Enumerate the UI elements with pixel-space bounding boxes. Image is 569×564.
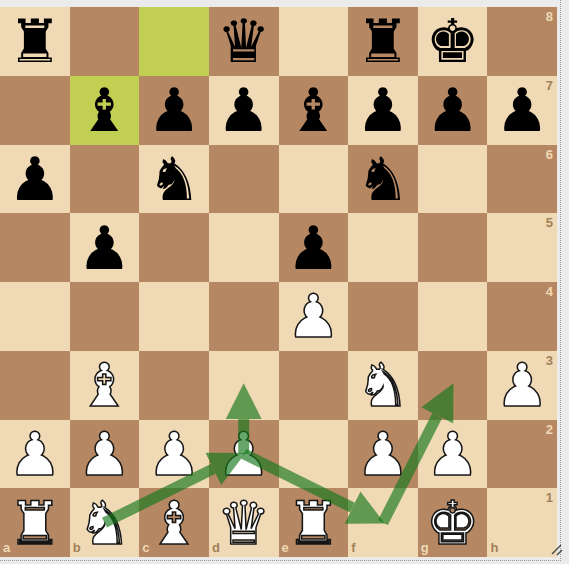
square-a1[interactable]: ♜ (0, 488, 70, 557)
square-d8[interactable]: ♛ (209, 7, 279, 76)
square-e2[interactable] (279, 420, 349, 489)
piece-black-pawn-b5[interactable]: ♟ (70, 213, 140, 282)
square-a6[interactable]: ♟ (0, 145, 70, 214)
square-a2[interactable]: ♟ (0, 420, 70, 489)
piece-white-pawn-e4[interactable]: ♟ (279, 282, 349, 351)
square-g2[interactable]: ♟ (418, 420, 488, 489)
chess-board[interactable]: ♜♛♜♚♝♟♟♝♟♟♟♟♞♞♟♟♟♝♞♟♟♟♟♟♟♟♜♞♝♛♜♚abcdefgh… (0, 7, 557, 557)
piece-white-rook-a1[interactable]: ♜ (0, 488, 70, 557)
piece-black-queen-d8[interactable]: ♛ (209, 7, 279, 76)
square-e3[interactable] (279, 351, 349, 420)
square-d7[interactable]: ♟ (209, 76, 279, 145)
square-e5[interactable]: ♟ (279, 213, 349, 282)
square-h1[interactable] (487, 488, 557, 557)
square-d1[interactable]: ♛ (209, 488, 279, 557)
square-c8[interactable] (139, 7, 209, 76)
square-c5[interactable] (139, 213, 209, 282)
piece-black-rook-f8[interactable]: ♜ (348, 7, 418, 76)
piece-black-pawn-d7[interactable]: ♟ (209, 76, 279, 145)
piece-white-pawn-f2[interactable]: ♟ (348, 420, 418, 489)
square-c6[interactable]: ♞ (139, 145, 209, 214)
piece-black-pawn-c7[interactable]: ♟ (139, 76, 209, 145)
piece-white-pawn-d2[interactable]: ♟ (209, 420, 279, 489)
piece-white-queen-d1[interactable]: ♛ (209, 488, 279, 557)
square-f4[interactable] (348, 282, 418, 351)
square-b5[interactable]: ♟ (70, 213, 140, 282)
piece-white-rook-e1[interactable]: ♜ (279, 488, 349, 557)
square-g3[interactable] (418, 351, 488, 420)
square-e4[interactable]: ♟ (279, 282, 349, 351)
square-f3[interactable]: ♞ (348, 351, 418, 420)
square-h3[interactable]: ♟ (487, 351, 557, 420)
square-g6[interactable] (418, 145, 488, 214)
square-h7[interactable]: ♟ (487, 76, 557, 145)
board-resize-handle[interactable] (551, 544, 563, 556)
square-d6[interactable] (209, 145, 279, 214)
piece-black-bishop-b7[interactable]: ♝ (70, 76, 140, 145)
square-b2[interactable]: ♟ (70, 420, 140, 489)
piece-white-pawn-g2[interactable]: ♟ (418, 420, 488, 489)
piece-black-pawn-e5[interactable]: ♟ (279, 213, 349, 282)
square-a7[interactable] (0, 76, 70, 145)
square-h6[interactable] (487, 145, 557, 214)
square-d4[interactable] (209, 282, 279, 351)
square-b4[interactable] (70, 282, 140, 351)
last-move-highlight-c8 (139, 7, 209, 76)
piece-white-knight-f3[interactable]: ♞ (348, 351, 418, 420)
square-d2[interactable]: ♟ (209, 420, 279, 489)
square-e1[interactable]: ♜ (279, 488, 349, 557)
piece-white-bishop-b3[interactable]: ♝ (70, 351, 140, 420)
piece-black-knight-f6[interactable]: ♞ (348, 145, 418, 214)
piece-white-pawn-c2[interactable]: ♟ (139, 420, 209, 489)
square-c1[interactable]: ♝ (139, 488, 209, 557)
square-e6[interactable] (279, 145, 349, 214)
square-g8[interactable]: ♚ (418, 7, 488, 76)
piece-black-king-g8[interactable]: ♚ (418, 7, 488, 76)
square-h5[interactable] (487, 213, 557, 282)
square-f8[interactable]: ♜ (348, 7, 418, 76)
square-g7[interactable]: ♟ (418, 76, 488, 145)
square-g4[interactable] (418, 282, 488, 351)
square-h2[interactable] (487, 420, 557, 489)
square-e8[interactable] (279, 7, 349, 76)
square-h4[interactable] (487, 282, 557, 351)
page: ♜♛♜♚♝♟♟♝♟♟♟♟♞♞♟♟♟♝♞♟♟♟♟♟♟♟♜♞♝♛♜♚abcdefgh… (0, 0, 569, 564)
square-c4[interactable] (139, 282, 209, 351)
square-d5[interactable] (209, 213, 279, 282)
square-c3[interactable] (139, 351, 209, 420)
piece-black-pawn-a6[interactable]: ♟ (0, 145, 70, 214)
square-b3[interactable]: ♝ (70, 351, 140, 420)
square-e7[interactable]: ♝ (279, 76, 349, 145)
piece-white-king-g1[interactable]: ♚ (418, 488, 488, 557)
square-b6[interactable] (70, 145, 140, 214)
piece-white-bishop-c1[interactable]: ♝ (139, 488, 209, 557)
piece-white-pawn-a2[interactable]: ♟ (0, 420, 70, 489)
square-b7[interactable]: ♝ (70, 76, 140, 145)
square-b8[interactable] (70, 7, 140, 76)
piece-black-pawn-f7[interactable]: ♟ (348, 76, 418, 145)
square-f6[interactable]: ♞ (348, 145, 418, 214)
square-a5[interactable] (0, 213, 70, 282)
square-f1[interactable] (348, 488, 418, 557)
square-g5[interactable] (418, 213, 488, 282)
square-c7[interactable]: ♟ (139, 76, 209, 145)
square-c2[interactable]: ♟ (139, 420, 209, 489)
piece-black-knight-c6[interactable]: ♞ (139, 145, 209, 214)
square-a4[interactable] (0, 282, 70, 351)
square-d3[interactable] (209, 351, 279, 420)
square-g1[interactable]: ♚ (418, 488, 488, 557)
piece-black-pawn-h7[interactable]: ♟ (487, 76, 557, 145)
square-a3[interactable] (0, 351, 70, 420)
piece-black-rook-a8[interactable]: ♜ (0, 7, 70, 76)
square-f7[interactable]: ♟ (348, 76, 418, 145)
piece-white-pawn-h3[interactable]: ♟ (487, 351, 557, 420)
piece-black-bishop-e7[interactable]: ♝ (279, 76, 349, 145)
square-f5[interactable] (348, 213, 418, 282)
square-b1[interactable]: ♞ (70, 488, 140, 557)
square-a8[interactable]: ♜ (0, 7, 70, 76)
piece-white-knight-b1[interactable]: ♞ (70, 488, 140, 557)
square-h8[interactable] (487, 7, 557, 76)
piece-black-pawn-g7[interactable]: ♟ (418, 76, 488, 145)
square-f2[interactable]: ♟ (348, 420, 418, 489)
piece-white-pawn-b2[interactable]: ♟ (70, 420, 140, 489)
